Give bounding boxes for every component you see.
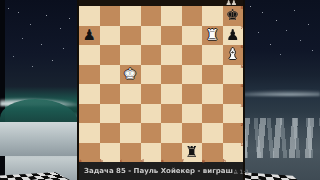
square-d3[interactable] bbox=[141, 104, 162, 124]
square-c5[interactable]: ♚ bbox=[120, 65, 141, 85]
square-a4[interactable] bbox=[79, 84, 100, 104]
white-bishop[interactable]: ♝ bbox=[223, 45, 244, 65]
caption-right-text: 1:1 bbox=[239, 168, 249, 175]
stars-right bbox=[250, 6, 251, 7]
stars-left bbox=[8, 8, 9, 9]
white-king[interactable]: ♚ bbox=[120, 65, 141, 85]
black-pawn[interactable]: ♟ bbox=[79, 26, 100, 46]
square-h4[interactable]: 4 bbox=[223, 84, 244, 104]
chess-board: 8♚♟♜7♟6♝♚5432abcdef♜g1h bbox=[79, 6, 243, 162]
square-a8[interactable] bbox=[79, 6, 100, 26]
black-king[interactable]: ♚ bbox=[223, 6, 244, 26]
square-c6[interactable] bbox=[120, 45, 141, 65]
square-a1[interactable]: a bbox=[79, 143, 100, 163]
file-label: h bbox=[223, 158, 226, 163]
square-c1[interactable]: c bbox=[120, 143, 141, 163]
black-pawn[interactable]: ♟ bbox=[223, 26, 244, 46]
square-e4[interactable] bbox=[161, 84, 182, 104]
black-rook[interactable]: ♜ bbox=[182, 143, 203, 163]
square-f8[interactable] bbox=[182, 6, 203, 26]
square-d5[interactable] bbox=[141, 65, 162, 85]
square-h8[interactable]: 8♚ bbox=[223, 6, 244, 26]
square-c8[interactable] bbox=[120, 6, 141, 26]
square-c2[interactable] bbox=[120, 123, 141, 143]
square-d4[interactable] bbox=[141, 84, 162, 104]
square-h1[interactable]: 1h bbox=[223, 143, 244, 163]
square-b1[interactable]: b bbox=[100, 143, 121, 163]
square-f6[interactable] bbox=[182, 45, 203, 65]
file-label: b bbox=[100, 158, 103, 163]
square-h6[interactable]: 6♝ bbox=[223, 45, 244, 65]
sea-foam-left bbox=[0, 122, 78, 156]
sea-foam-right bbox=[244, 118, 320, 158]
chess-panel: ♟♟ 8♚♟♜7♟6♝♚5432abcdef♜g1h Задача 85 - П… bbox=[77, 0, 245, 180]
square-c4[interactable] bbox=[120, 84, 141, 104]
square-e6[interactable] bbox=[161, 45, 182, 65]
square-b4[interactable] bbox=[100, 84, 121, 104]
file-label: c bbox=[120, 158, 122, 163]
square-f3[interactable] bbox=[182, 104, 203, 124]
square-g2[interactable] bbox=[202, 123, 223, 143]
square-b8[interactable] bbox=[100, 6, 121, 26]
square-g7[interactable]: ♜ bbox=[202, 26, 223, 46]
square-h5[interactable]: 5 bbox=[223, 65, 244, 85]
square-e5[interactable] bbox=[161, 65, 182, 85]
square-b6[interactable] bbox=[100, 45, 121, 65]
square-g8[interactable] bbox=[202, 6, 223, 26]
square-f1[interactable]: f♜ bbox=[182, 143, 203, 163]
square-d2[interactable] bbox=[141, 123, 162, 143]
square-f2[interactable] bbox=[182, 123, 203, 143]
square-h3[interactable]: 3 bbox=[223, 104, 244, 124]
square-a6[interactable] bbox=[79, 45, 100, 65]
rank-label: 1 bbox=[240, 142, 243, 147]
puzzle-caption: Задача 85 - Пауль Хойекер - виграш bbox=[84, 167, 233, 175]
file-label: d bbox=[141, 158, 144, 163]
square-a5[interactable] bbox=[79, 65, 100, 85]
square-g3[interactable] bbox=[202, 104, 223, 124]
rank-label: 3 bbox=[240, 103, 243, 108]
square-a3[interactable] bbox=[79, 104, 100, 124]
square-d6[interactable] bbox=[141, 45, 162, 65]
square-a2[interactable] bbox=[79, 123, 100, 143]
square-b5[interactable] bbox=[100, 65, 121, 85]
square-g6[interactable] bbox=[202, 45, 223, 65]
square-g1[interactable]: g bbox=[202, 143, 223, 163]
square-b2[interactable] bbox=[100, 123, 121, 143]
square-e1[interactable]: e bbox=[161, 143, 182, 163]
square-d8[interactable] bbox=[141, 6, 162, 26]
square-c3[interactable] bbox=[120, 104, 141, 124]
square-d7[interactable] bbox=[141, 26, 162, 46]
square-e8[interactable] bbox=[161, 6, 182, 26]
square-h2[interactable]: 2 bbox=[223, 123, 244, 143]
square-g4[interactable] bbox=[202, 84, 223, 104]
square-f5[interactable] bbox=[182, 65, 203, 85]
caption-right: ♙ 1:1 bbox=[233, 168, 249, 175]
square-c7[interactable] bbox=[120, 26, 141, 46]
square-e2[interactable] bbox=[161, 123, 182, 143]
file-label: e bbox=[161, 158, 164, 163]
caption-bar: Задача 85 - Пауль Хойекер - виграш ♙ 1:1 bbox=[79, 162, 243, 180]
square-h7[interactable]: 7♟ bbox=[223, 26, 244, 46]
square-b3[interactable] bbox=[100, 104, 121, 124]
square-a7[interactable]: ♟ bbox=[79, 26, 100, 46]
rank-label: 2 bbox=[240, 122, 243, 127]
wave-crest-right bbox=[244, 88, 320, 96]
file-label: a bbox=[79, 158, 82, 163]
screenshot: ♟♟ 8♚♟♜7♟6♝♚5432abcdef♜g1h Задача 85 - П… bbox=[0, 0, 320, 180]
square-g5[interactable] bbox=[202, 65, 223, 85]
square-f4[interactable] bbox=[182, 84, 203, 104]
square-d1[interactable]: d bbox=[141, 143, 162, 163]
file-label: g bbox=[202, 158, 205, 163]
square-f7[interactable] bbox=[182, 26, 203, 46]
square-b7[interactable] bbox=[100, 26, 121, 46]
square-e3[interactable] bbox=[161, 104, 182, 124]
square-e7[interactable] bbox=[161, 26, 182, 46]
pawn-icon: ♙ bbox=[233, 168, 238, 175]
rank-label: 5 bbox=[240, 64, 243, 69]
white-rook[interactable]: ♜ bbox=[202, 26, 223, 46]
rank-label: 4 bbox=[240, 83, 243, 88]
